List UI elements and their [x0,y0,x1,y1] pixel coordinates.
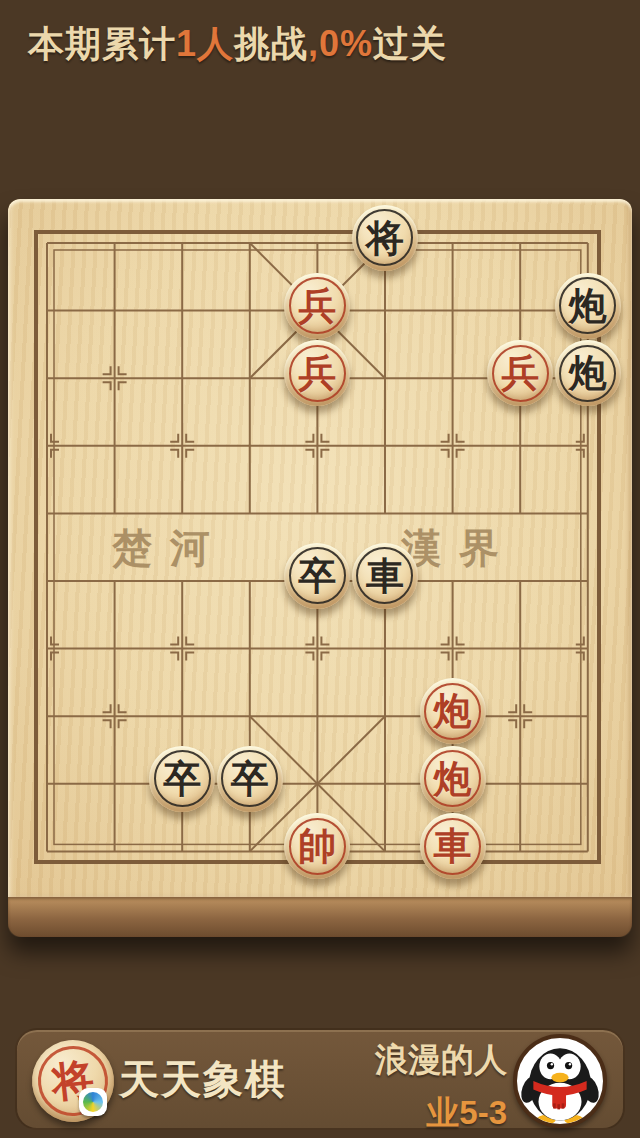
piece-red-cannon[interactable]: 炮 [420,678,486,744]
piece-glyph: 炮 [569,354,607,392]
piece-black-chariot[interactable]: 車 [352,543,418,609]
piece-red-general[interactable]: 帥 [284,813,350,879]
stats-text: 本期累计 [28,23,176,64]
piece-red-cannon[interactable]: 炮 [420,746,486,812]
app-name: 天天象棋 [119,1030,287,1128]
piece-layer[interactable]: 将兵炮兵兵炮卒車炮卒卒炮帥車 [13,209,621,885]
piece-glyph: 車 [366,557,404,595]
stats-text-3: 过关 [373,23,447,64]
piece-glyph: 炮 [434,692,472,730]
piece-glyph: 卒 [231,760,269,798]
player-name: 浪漫的人 [375,1038,507,1083]
qq-penguin-icon [517,1038,603,1124]
piece-glyph: 兵 [298,287,336,325]
piece-glyph: 兵 [298,354,336,392]
piece-glyph: 炮 [434,760,472,798]
piece-black-soldier[interactable]: 卒 [149,746,215,812]
player-rank-badge: 业5-3 [426,1091,507,1136]
piece-red-soldier[interactable]: 兵 [284,340,350,406]
piece-glyph: 炮 [569,287,607,325]
xiangqi-board[interactable]: 楚河 漢界 将兵炮兵兵炮卒車炮卒卒炮帥車 [8,199,632,937]
piece-black-cannon[interactable]: 炮 [555,273,621,339]
stats-text-2: 挑战 [234,23,308,64]
piece-glyph: 卒 [298,557,336,595]
board-surface[interactable]: 楚河 漢界 将兵炮兵兵炮卒車炮卒卒炮帥車 [8,199,632,897]
piece-glyph: 卒 [163,760,201,798]
piece-red-chariot[interactable]: 車 [420,813,486,879]
footer-bar: 将 天天象棋 浪漫的人 业5-3 [15,1028,625,1130]
piece-black-cannon[interactable]: 炮 [555,340,621,406]
stats-challenger-count: 1人 [176,23,234,64]
stats-pass-rate: ,0% [308,23,373,64]
player-avatar[interactable] [513,1034,607,1128]
piece-red-soldier[interactable]: 兵 [487,340,553,406]
piece-black-general[interactable]: 将 [352,205,418,271]
piece-glyph: 将 [366,219,404,257]
piece-black-soldier[interactable]: 卒 [217,746,283,812]
challenge-stats-banner: 本期累计1人挑战,0%过关 [28,20,447,69]
piece-glyph: 兵 [501,354,539,392]
piece-glyph: 帥 [298,827,336,865]
piece-black-soldier[interactable]: 卒 [284,543,350,609]
board-front-edge [8,897,632,937]
piece-glyph: 車 [434,827,472,865]
piece-red-soldier[interactable]: 兵 [284,273,350,339]
qq-game-badge-icon [79,1088,107,1116]
